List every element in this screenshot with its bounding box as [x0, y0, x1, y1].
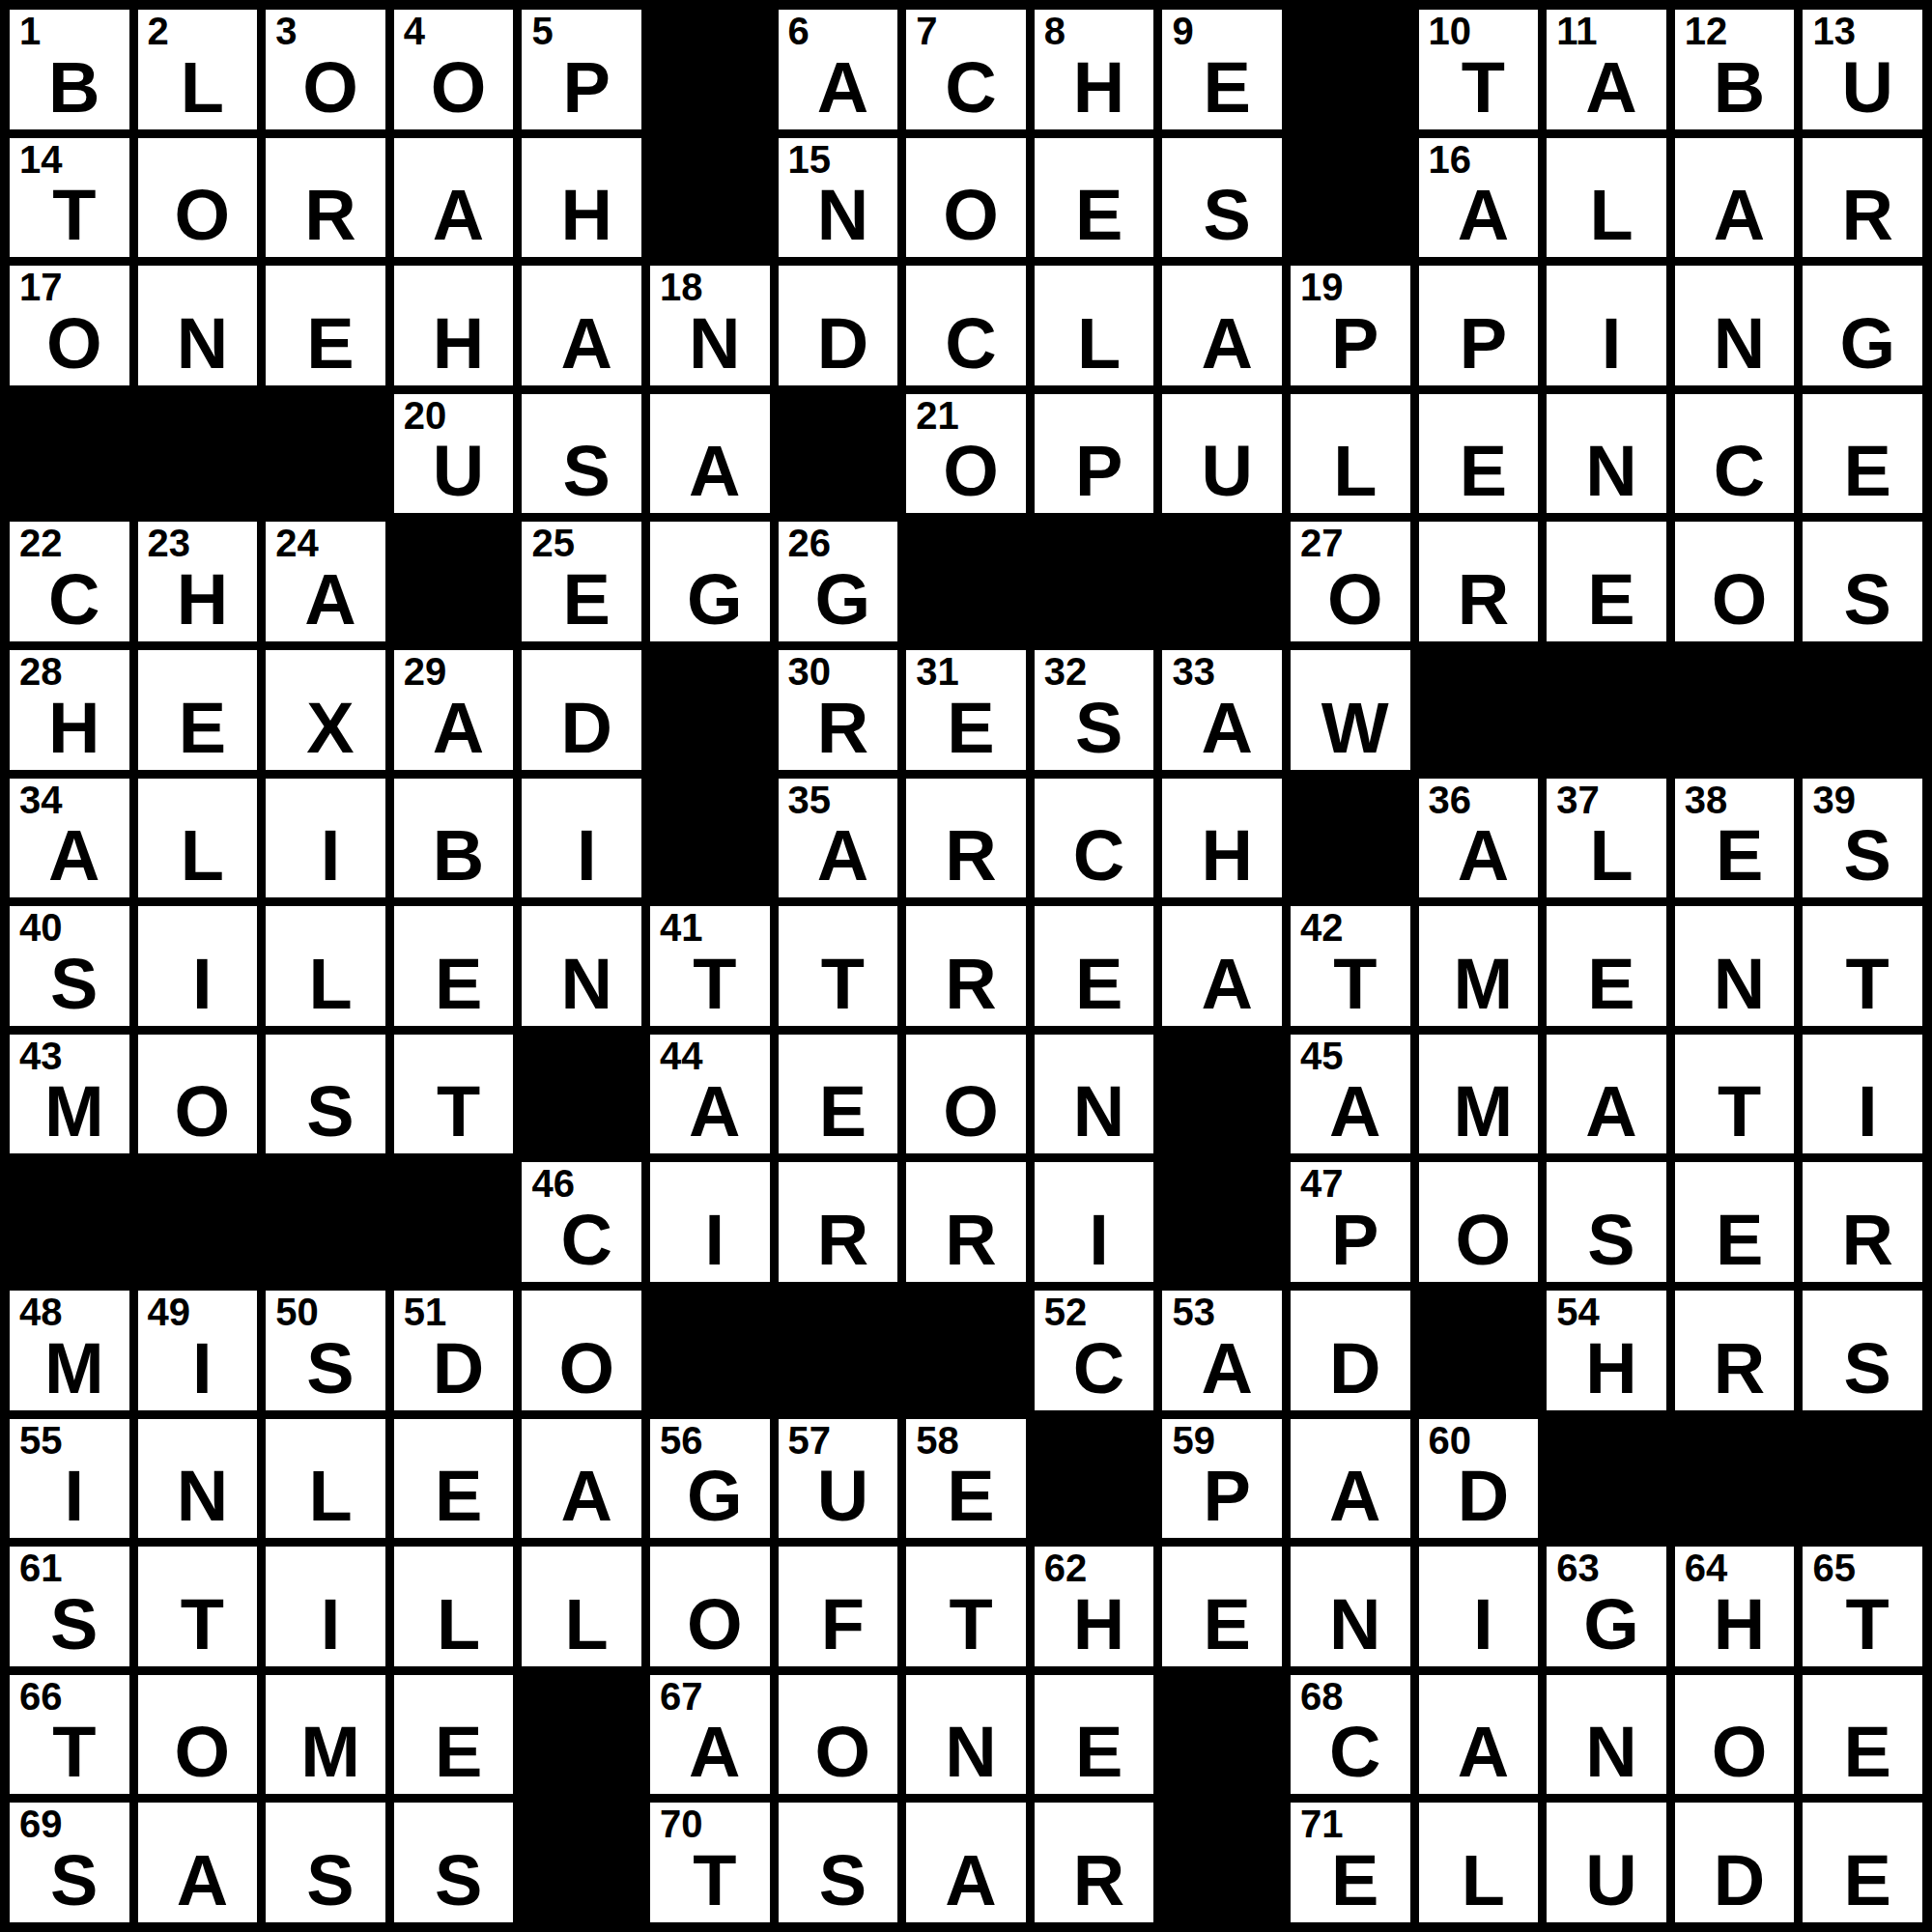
clue-number: 57 [788, 1421, 832, 1460]
cell-r12c12[interactable]: 60D [1419, 1419, 1539, 1539]
cell-r5c14[interactable]: O [1675, 522, 1795, 641]
cell-r8c11[interactable]: 42T [1291, 906, 1410, 1026]
cell-r4c15[interactable]: E [1803, 394, 1922, 514]
cell-r6c2[interactable]: E [138, 650, 258, 770]
cell-letter: D [399, 1333, 514, 1405]
cell-letter: C [1680, 436, 1795, 507]
cell-letter: S [14, 949, 129, 1020]
cell-letter: P [526, 52, 641, 124]
cell-r13c14[interactable]: 64H [1675, 1547, 1795, 1666]
cell-r12c2[interactable]: N [138, 1419, 258, 1539]
cell-r13c12[interactable]: I [1419, 1547, 1539, 1666]
cell-r3c1[interactable]: 17O [10, 266, 129, 385]
cell-r2c5[interactable]: H [522, 138, 641, 258]
cell-letter: E [1039, 949, 1154, 1020]
cell-r9c15[interactable]: I [1803, 1035, 1922, 1154]
cell-letter: E [399, 949, 514, 1020]
cell-r14c3[interactable]: M [266, 1675, 385, 1795]
cell-r10c5[interactable]: 46C [522, 1162, 641, 1282]
cell-r15c6[interactable]: 70T [650, 1803, 770, 1922]
cell-r4c11[interactable]: L [1291, 394, 1410, 514]
cell-letter: T [14, 1717, 129, 1788]
cell-r1c10[interactable]: 9E [1162, 10, 1282, 129]
clue-number: 16 [1429, 140, 1472, 179]
clue-number: 2 [148, 12, 169, 50]
cell-r7c3[interactable]: I [266, 779, 385, 898]
cell-r10c15[interactable]: R [1803, 1162, 1922, 1282]
cell-letter: I [14, 1461, 129, 1532]
cell-r4c8[interactable]: 21O [906, 394, 1026, 514]
black-cell-r11c6 [650, 1291, 770, 1410]
cell-r15c12[interactable]: L [1419, 1803, 1539, 1922]
cell-r4c4[interactable]: 20U [394, 394, 514, 514]
cell-r14c11[interactable]: 68C [1291, 1675, 1410, 1795]
cell-letter: O [143, 1717, 258, 1788]
cell-r7c13[interactable]: 37L [1547, 779, 1666, 898]
cell-r7c12[interactable]: 36A [1419, 779, 1539, 898]
cell-letter: L [399, 1589, 514, 1661]
clue-number: 65 [1812, 1548, 1856, 1587]
cell-r7c4[interactable]: B [394, 779, 514, 898]
black-cell-r12c15 [1803, 1419, 1922, 1539]
cell-letter: P [1295, 1205, 1410, 1276]
clue-number: 47 [1300, 1164, 1344, 1203]
clue-number: 22 [19, 524, 63, 562]
cell-letter: S [783, 1845, 898, 1917]
cell-r6c4[interactable]: 29A [394, 650, 514, 770]
clue-number: 55 [19, 1421, 63, 1460]
cell-letter: I [1039, 1205, 1154, 1276]
cell-r12c11[interactable]: A [1291, 1419, 1410, 1539]
black-cell-r5c8 [906, 522, 1026, 641]
cell-letter: T [1295, 949, 1410, 1020]
cell-r1c15[interactable]: 13U [1803, 10, 1922, 129]
cell-r13c10[interactable]: E [1162, 1547, 1282, 1666]
clue-number: 44 [660, 1037, 703, 1075]
cell-r13c4[interactable]: L [394, 1547, 514, 1666]
cell-r6c9[interactable]: 32S [1035, 650, 1154, 770]
cell-r6c8[interactable]: 31E [906, 650, 1026, 770]
cell-letter: A [526, 1461, 641, 1532]
clue-number: 71 [1300, 1804, 1344, 1843]
cell-r4c10[interactable]: U [1162, 394, 1282, 514]
cell-r3c15[interactable]: G [1803, 266, 1922, 385]
cell-letter: E [1551, 564, 1666, 636]
cell-letter: N [911, 1717, 1026, 1788]
cell-r11c14[interactable]: R [1675, 1291, 1795, 1410]
cell-letter: A [1680, 180, 1795, 251]
cell-letter: X [270, 693, 385, 764]
cell-letter: N [655, 308, 770, 380]
cell-r15c14[interactable]: D [1675, 1803, 1795, 1922]
cell-letter: E [1807, 1845, 1922, 1917]
cell-letter: E [399, 1461, 514, 1532]
cell-r8c7[interactable]: T [779, 906, 898, 1026]
cell-r1c9[interactable]: 8H [1035, 10, 1154, 129]
cell-r10c12[interactable]: O [1419, 1162, 1539, 1282]
cell-letter: A [1167, 693, 1282, 764]
cell-r15c2[interactable]: A [138, 1803, 258, 1922]
cell-r7c5[interactable]: I [522, 779, 641, 898]
clue-number: 4 [404, 12, 425, 50]
cell-r14c7[interactable]: O [779, 1675, 898, 1795]
cell-letter: R [1807, 180, 1922, 251]
cell-r15c4[interactable]: S [394, 1803, 514, 1922]
cell-r7c2[interactable]: L [138, 779, 258, 898]
cell-letter: O [655, 1589, 770, 1661]
cell-r9c4[interactable]: T [394, 1035, 514, 1154]
cell-r1c5[interactable]: 5P [522, 10, 641, 129]
cell-r13c13[interactable]: 63G [1547, 1547, 1666, 1666]
cell-letter: L [270, 1461, 385, 1532]
cell-r7c7[interactable]: 35A [779, 779, 898, 898]
cell-r15c15[interactable]: E [1803, 1803, 1922, 1922]
cell-r13c5[interactable]: L [522, 1547, 641, 1666]
cell-letter: H [1039, 52, 1154, 124]
cell-r14c1[interactable]: 66T [10, 1675, 129, 1795]
cell-r5c6[interactable]: G [650, 522, 770, 641]
cell-r12c1[interactable]: 55I [10, 1419, 129, 1539]
cell-r7c15[interactable]: 39S [1803, 779, 1922, 898]
cell-r4c14[interactable]: C [1675, 394, 1795, 514]
cell-r1c1[interactable]: 1B [10, 10, 129, 129]
cell-r14c4[interactable]: E [394, 1675, 514, 1795]
cell-r13c7[interactable]: F [779, 1547, 898, 1666]
cell-r15c1[interactable]: 69S [10, 1803, 129, 1922]
cell-letter: S [14, 1845, 129, 1917]
cell-letter: A [1551, 52, 1666, 124]
clue-number: 50 [275, 1293, 319, 1331]
cell-r5c12[interactable]: R [1419, 522, 1539, 641]
cell-letter: A [783, 820, 898, 892]
clue-number: 49 [148, 1293, 191, 1331]
cell-r1c7[interactable]: 6A [779, 10, 898, 129]
cell-r2c3[interactable]: R [266, 138, 385, 258]
cell-r2c4[interactable]: A [394, 138, 514, 258]
clue-number: 37 [1556, 781, 1600, 819]
cell-r9c12[interactable]: M [1419, 1035, 1539, 1154]
cell-r8c15[interactable]: T [1803, 906, 1922, 1026]
cell-r14c6[interactable]: 67A [650, 1675, 770, 1795]
cell-letter: C [1039, 1333, 1154, 1405]
cell-letter: D [783, 308, 898, 380]
cell-r8c2[interactable]: I [138, 906, 258, 1026]
cell-r9c6[interactable]: 44A [650, 1035, 770, 1154]
cell-letter: T [911, 1589, 1026, 1661]
cell-r12c4[interactable]: E [394, 1419, 514, 1539]
cell-r8c3[interactable]: L [266, 906, 385, 1026]
cell-r14c12[interactable]: A [1419, 1675, 1539, 1795]
cell-r13c11[interactable]: N [1291, 1547, 1410, 1666]
cell-r3c11[interactable]: 19P [1291, 266, 1410, 385]
cell-letter: E [1680, 820, 1795, 892]
cell-r15c7[interactable]: S [779, 1803, 898, 1922]
cell-r11c3[interactable]: 50S [266, 1291, 385, 1410]
cell-letter: H [14, 693, 129, 764]
cell-r1c12[interactable]: 10T [1419, 10, 1539, 129]
clue-number: 1 [19, 12, 41, 50]
black-cell-r12c14 [1675, 1419, 1795, 1539]
cell-r8c8[interactable]: R [906, 906, 1026, 1026]
cell-r15c8[interactable]: A [906, 1803, 1026, 1922]
cell-r15c3[interactable]: S [266, 1803, 385, 1922]
cell-letter: I [143, 1333, 258, 1405]
cell-letter: L [270, 949, 385, 1020]
cell-r11c2[interactable]: 49I [138, 1291, 258, 1410]
cell-letter: N [1551, 1717, 1666, 1788]
cell-r1c3[interactable]: 3O [266, 10, 385, 129]
cell-r8c12[interactable]: M [1419, 906, 1539, 1026]
clue-number: 31 [916, 652, 959, 691]
black-cell-r14c10 [1162, 1675, 1282, 1795]
cell-r8c10[interactable]: A [1162, 906, 1282, 1026]
cell-r11c11[interactable]: D [1291, 1291, 1410, 1410]
cell-r9c1[interactable]: 43M [10, 1035, 129, 1154]
cell-r11c5[interactable]: O [522, 1291, 641, 1410]
cell-r3c5[interactable]: A [522, 266, 641, 385]
cell-r5c5[interactable]: 25E [522, 522, 641, 641]
cell-r11c15[interactable]: S [1803, 1291, 1922, 1410]
cell-letter: W [1295, 693, 1410, 764]
cell-r14c9[interactable]: E [1035, 1675, 1154, 1795]
cell-r6c3[interactable]: X [266, 650, 385, 770]
cell-r10c14[interactable]: E [1675, 1162, 1795, 1282]
cell-r2c10[interactable]: S [1162, 138, 1282, 258]
black-cell-r4c3 [266, 394, 385, 514]
cell-r12c7[interactable]: 57U [779, 1419, 898, 1539]
cell-letter: P [1424, 308, 1539, 380]
clue-number: 46 [531, 1164, 575, 1203]
cell-r5c1[interactable]: 22C [10, 522, 129, 641]
cell-r15c9[interactable]: R [1035, 1803, 1154, 1922]
cell-r14c2[interactable]: O [138, 1675, 258, 1795]
cell-r9c9[interactable]: N [1035, 1035, 1154, 1154]
cell-letter: M [14, 1076, 129, 1148]
cell-letter: D [1680, 1845, 1795, 1917]
cell-letter: S [270, 1333, 385, 1405]
cell-r4c9[interactable]: P [1035, 394, 1154, 514]
cell-r15c13[interactable]: U [1547, 1803, 1666, 1922]
cell-r13c9[interactable]: 62H [1035, 1547, 1154, 1666]
cell-r3c14[interactable]: N [1675, 266, 1795, 385]
black-cell-r5c9 [1035, 522, 1154, 641]
cell-r12c3[interactable]: L [266, 1419, 385, 1539]
cell-r14c15[interactable]: E [1803, 1675, 1922, 1795]
cell-letter: O [270, 52, 385, 124]
cell-r15c11[interactable]: 71E [1291, 1803, 1410, 1922]
cell-r3c6[interactable]: 18N [650, 266, 770, 385]
cell-letter: E [1167, 1589, 1282, 1661]
cell-r12c8[interactable]: 58E [906, 1419, 1026, 1539]
cell-r7c10[interactable]: H [1162, 779, 1282, 898]
cell-r4c6[interactable]: A [650, 394, 770, 514]
cell-r12c10[interactable]: 59P [1162, 1419, 1282, 1539]
cell-r1c13[interactable]: 11A [1547, 10, 1666, 129]
cell-r2c13[interactable]: L [1547, 138, 1666, 258]
cell-r14c14[interactable]: O [1675, 1675, 1795, 1795]
cell-r7c1[interactable]: 34A [10, 779, 129, 898]
clue-number: 35 [788, 781, 832, 819]
cell-r3c10[interactable]: A [1162, 266, 1282, 385]
cell-r1c14[interactable]: 12B [1675, 10, 1795, 129]
clue-number: 58 [916, 1421, 959, 1460]
cell-letter: R [911, 1205, 1026, 1276]
cell-r3c3[interactable]: E [266, 266, 385, 385]
clue-number: 51 [404, 1293, 447, 1331]
cell-r11c4[interactable]: 51D [394, 1291, 514, 1410]
cell-r10c9[interactable]: I [1035, 1162, 1154, 1282]
clue-number: 59 [1172, 1421, 1215, 1460]
cell-r6c10[interactable]: 33A [1162, 650, 1282, 770]
cell-r3c4[interactable]: H [394, 266, 514, 385]
cell-r3c12[interactable]: P [1419, 266, 1539, 385]
cell-letter: E [1807, 436, 1922, 507]
cell-r13c2[interactable]: T [138, 1547, 258, 1666]
black-cell-r6c13 [1547, 650, 1666, 770]
cell-r9c2[interactable]: O [138, 1035, 258, 1154]
cell-r5c11[interactable]: 27O [1291, 522, 1410, 641]
cell-r6c5[interactable]: D [522, 650, 641, 770]
cell-letter: T [14, 180, 129, 251]
clue-number: 9 [1172, 12, 1193, 50]
cell-r2c2[interactable]: O [138, 138, 258, 258]
cell-r10c13[interactable]: S [1547, 1162, 1666, 1282]
cell-r14c8[interactable]: N [906, 1675, 1026, 1795]
clue-number: 36 [1429, 781, 1472, 819]
cell-r9c7[interactable]: E [779, 1035, 898, 1154]
cell-r7c9[interactable]: C [1035, 779, 1154, 898]
clue-number: 27 [1300, 524, 1344, 562]
cell-letter: S [270, 1845, 385, 1917]
cell-letter: E [783, 1076, 898, 1148]
cell-r13c1[interactable]: 61S [10, 1547, 129, 1666]
black-cell-r1c11 [1291, 10, 1410, 129]
cell-letter: O [399, 52, 514, 124]
cell-r3c9[interactable]: L [1035, 266, 1154, 385]
cell-r2c9[interactable]: E [1035, 138, 1154, 258]
cell-r12c6[interactable]: 56G [650, 1419, 770, 1539]
cell-r10c11[interactable]: 47P [1291, 1162, 1410, 1282]
cell-r8c9[interactable]: E [1035, 906, 1154, 1026]
cell-r2c1[interactable]: 14T [10, 138, 129, 258]
cell-r8c4[interactable]: E [394, 906, 514, 1026]
cell-letter: T [1807, 949, 1922, 1020]
cell-r3c8[interactable]: C [906, 266, 1026, 385]
cell-r2c12[interactable]: 16A [1419, 138, 1539, 258]
cell-r5c3[interactable]: 24A [266, 522, 385, 641]
cell-letter: S [1039, 693, 1154, 764]
cell-r6c1[interactable]: 28H [10, 650, 129, 770]
clue-number: 25 [531, 524, 575, 562]
cell-r10c7[interactable]: R [779, 1162, 898, 1282]
cell-letter: H [1039, 1589, 1154, 1661]
cell-r7c14[interactable]: 38E [1675, 779, 1795, 898]
clue-number: 17 [19, 268, 63, 306]
clue-number: 45 [1300, 1037, 1344, 1075]
cell-r5c2[interactable]: 23H [138, 522, 258, 641]
cell-letter: M [270, 1717, 385, 1788]
cell-letter: P [1295, 308, 1410, 380]
cell-r9c8[interactable]: O [906, 1035, 1026, 1154]
cell-r10c6[interactable]: I [650, 1162, 770, 1282]
cell-letter: R [911, 820, 1026, 892]
cell-letter: C [526, 1205, 641, 1276]
cell-r7c8[interactable]: R [906, 779, 1026, 898]
cell-r3c2[interactable]: N [138, 266, 258, 385]
cell-r12c5[interactable]: A [522, 1419, 641, 1539]
cell-letter: H [1167, 820, 1282, 892]
cell-r5c7[interactable]: 26G [779, 522, 898, 641]
clue-number: 62 [1044, 1548, 1088, 1587]
cell-r4c12[interactable]: E [1419, 394, 1539, 514]
cell-r8c6[interactable]: 41T [650, 906, 770, 1026]
cell-letter: A [399, 180, 514, 251]
cell-r8c1[interactable]: 40S [10, 906, 129, 1026]
cell-letter: H [1680, 1589, 1795, 1661]
cell-letter: B [1680, 52, 1795, 124]
cell-r11c10[interactable]: 53A [1162, 1291, 1282, 1410]
cell-r11c9[interactable]: 52C [1035, 1291, 1154, 1410]
cell-r11c1[interactable]: 48M [10, 1291, 129, 1410]
cell-r5c13[interactable]: E [1547, 522, 1666, 641]
cell-letter: D [1295, 1333, 1410, 1405]
cell-letter: C [14, 564, 129, 636]
cell-r14c13[interactable]: N [1547, 1675, 1666, 1795]
cell-r2c14[interactable]: A [1675, 138, 1795, 258]
cell-letter: A [270, 564, 385, 636]
cell-letter: L [1551, 820, 1666, 892]
cell-letter: E [1551, 949, 1666, 1020]
cell-r2c8[interactable]: O [906, 138, 1026, 258]
clue-number: 53 [1172, 1293, 1215, 1331]
cell-letter: G [655, 564, 770, 636]
cell-r3c13[interactable]: I [1547, 266, 1666, 385]
cell-r8c5[interactable]: N [522, 906, 641, 1026]
cell-r6c11[interactable]: W [1291, 650, 1410, 770]
cell-r13c8[interactable]: T [906, 1547, 1026, 1666]
cell-r13c3[interactable]: I [266, 1547, 385, 1666]
cell-r3c7[interactable]: D [779, 266, 898, 385]
cell-letter: A [1551, 1076, 1666, 1148]
cell-r1c4[interactable]: 4O [394, 10, 514, 129]
cell-r9c13[interactable]: A [1547, 1035, 1666, 1154]
cell-r13c6[interactable]: O [650, 1547, 770, 1666]
cell-r6c7[interactable]: 30R [779, 650, 898, 770]
clue-number: 3 [275, 12, 297, 50]
cell-letter: A [783, 52, 898, 124]
cell-r10c8[interactable]: R [906, 1162, 1026, 1282]
cell-letter: I [655, 1205, 770, 1276]
cell-r4c5[interactable]: S [522, 394, 641, 514]
cell-letter: A [911, 1845, 1026, 1917]
cell-r8c13[interactable]: E [1547, 906, 1666, 1026]
cell-r5c15[interactable]: S [1803, 522, 1922, 641]
cell-r8c14[interactable]: N [1675, 906, 1795, 1026]
cell-r4c13[interactable]: N [1547, 394, 1666, 514]
cell-letter: T [783, 949, 898, 1020]
cell-r9c3[interactable]: S [266, 1035, 385, 1154]
cell-r2c7[interactable]: 15N [779, 138, 898, 258]
cell-r1c8[interactable]: 7C [906, 10, 1026, 129]
cell-r13c15[interactable]: 65T [1803, 1547, 1922, 1666]
cell-r9c11[interactable]: 45A [1291, 1035, 1410, 1154]
cell-r9c14[interactable]: T [1675, 1035, 1795, 1154]
cell-letter: R [1680, 1333, 1795, 1405]
cell-r2c15[interactable]: R [1803, 138, 1922, 258]
black-cell-r9c5 [522, 1035, 641, 1154]
cell-r11c13[interactable]: 54H [1547, 1291, 1666, 1410]
cell-r1c2[interactable]: 2L [138, 10, 258, 129]
